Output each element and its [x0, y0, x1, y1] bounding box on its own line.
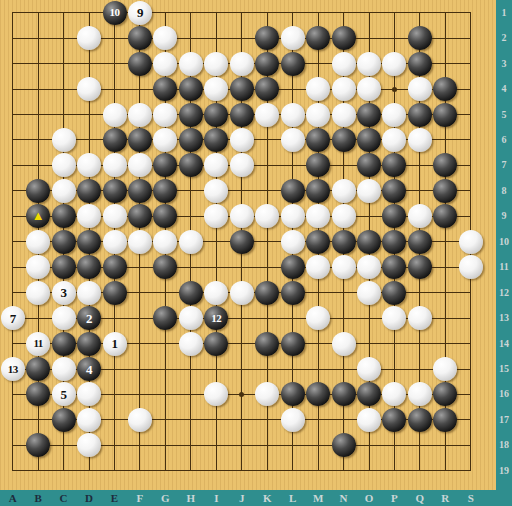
stone-R9 [433, 204, 457, 228]
stone-B12 [26, 281, 50, 305]
coord-label-right: 10 [496, 235, 512, 249]
stone-F8 [128, 179, 152, 203]
stone-P16 [382, 382, 406, 406]
stone-P13 [382, 306, 406, 330]
stone-H12 [179, 281, 203, 305]
triangle-marker: ▲ [32, 210, 45, 223]
move-number: 10 [110, 7, 120, 18]
stone-I9 [204, 204, 228, 228]
stone-D8 [77, 179, 101, 203]
stone-I4 [204, 77, 228, 101]
stone-N4 [332, 77, 356, 101]
stone-O15 [357, 357, 381, 381]
stone-L8 [281, 179, 305, 203]
stone-Q11 [408, 255, 432, 279]
coord-label-right: 12 [496, 286, 512, 300]
stone-D7 [77, 153, 101, 177]
stone-D13: 2 [77, 306, 101, 330]
coord-label-bottom: B [27, 490, 49, 506]
stone-Q4 [408, 77, 432, 101]
stone-J6 [230, 128, 254, 152]
stone-D12 [77, 281, 101, 305]
stone-D4 [77, 77, 101, 101]
stone-H4 [179, 77, 203, 101]
stone-Q10 [408, 230, 432, 254]
stone-C10 [52, 230, 76, 254]
stone-N8 [332, 179, 356, 203]
stone-K3 [255, 52, 279, 76]
stone-L3 [281, 52, 305, 76]
stone-N11 [332, 255, 356, 279]
stone-M2 [306, 26, 330, 50]
stone-L6 [281, 128, 305, 152]
stone-K12 [255, 281, 279, 305]
stone-C9 [52, 204, 76, 228]
stone-P9 [382, 204, 406, 228]
stone-I5 [204, 103, 228, 127]
stone-C12: 3 [52, 281, 76, 305]
stone-Q9 [408, 204, 432, 228]
stone-G5 [153, 103, 177, 127]
coord-label-bottom: Q [409, 490, 431, 506]
coord-label-right: 9 [496, 209, 512, 223]
stone-F2 [128, 26, 152, 50]
stone-F10 [128, 230, 152, 254]
move-number: 3 [61, 286, 67, 299]
stone-B14: 11 [26, 332, 50, 356]
stone-L14 [281, 332, 305, 356]
stone-J10 [230, 230, 254, 254]
coord-label-right: 1 [496, 6, 512, 20]
stone-Q13 [408, 306, 432, 330]
stone-G3 [153, 52, 177, 76]
stone-C6 [52, 128, 76, 152]
coord-label-bottom: D [78, 490, 100, 506]
stone-B18 [26, 433, 50, 457]
stone-C15 [52, 357, 76, 381]
move-number: 5 [61, 388, 67, 401]
stone-R8 [433, 179, 457, 203]
coord-label-bottom: S [460, 490, 482, 506]
stone-I6 [204, 128, 228, 152]
coord-label-right: 7 [496, 158, 512, 172]
stone-P5 [382, 103, 406, 127]
stone-K16 [255, 382, 279, 406]
stone-K14 [255, 332, 279, 356]
stone-O10 [357, 230, 381, 254]
stone-B16 [26, 382, 50, 406]
coord-label-bottom: K [256, 490, 278, 506]
stone-L9 [281, 204, 305, 228]
stone-O11 [357, 255, 381, 279]
stone-O3 [357, 52, 381, 76]
stone-A13: 7 [1, 306, 25, 330]
stone-E1: 10 [103, 1, 127, 25]
stone-D10 [77, 230, 101, 254]
coord-label-right: 2 [496, 31, 512, 45]
stone-N3 [332, 52, 356, 76]
coord-label-right: 18 [496, 438, 512, 452]
stone-J12 [230, 281, 254, 305]
coord-label-right: 16 [496, 387, 512, 401]
stone-J7 [230, 153, 254, 177]
star-point [392, 87, 397, 92]
stone-K5 [255, 103, 279, 127]
coord-label-right: 15 [496, 362, 512, 376]
stone-R5 [433, 103, 457, 127]
stone-F9 [128, 204, 152, 228]
stone-C7 [52, 153, 76, 177]
star-point [239, 392, 244, 397]
move-number: 2 [86, 312, 92, 325]
stone-E6 [103, 128, 127, 152]
stone-N6 [332, 128, 356, 152]
stone-O16 [357, 382, 381, 406]
coord-label-bottom: O [358, 490, 380, 506]
stone-E11 [103, 255, 127, 279]
stone-K9 [255, 204, 279, 228]
stone-F6 [128, 128, 152, 152]
stone-G11 [153, 255, 177, 279]
stone-N2 [332, 26, 356, 50]
stone-N18 [332, 433, 356, 457]
stone-R7 [433, 153, 457, 177]
stone-F7 [128, 153, 152, 177]
stone-Q16 [408, 382, 432, 406]
stone-R15 [433, 357, 457, 381]
stone-O12 [357, 281, 381, 305]
stone-R4 [433, 77, 457, 101]
stone-O7 [357, 153, 381, 177]
coord-label-right: 3 [496, 57, 512, 71]
coord-label-right: 13 [496, 311, 512, 325]
stone-M13 [306, 306, 330, 330]
stone-M7 [306, 153, 330, 177]
stone-H13 [179, 306, 203, 330]
stone-Q3 [408, 52, 432, 76]
stone-N5 [332, 103, 356, 127]
stone-I3 [204, 52, 228, 76]
stone-L16 [281, 382, 305, 406]
stone-I7 [204, 153, 228, 177]
stone-N14 [332, 332, 356, 356]
grid-line-horizontal [12, 470, 471, 471]
coord-label-bottom: J [231, 490, 253, 506]
stone-B10 [26, 230, 50, 254]
coord-label-right: 8 [496, 184, 512, 198]
stone-O17 [357, 408, 381, 432]
stone-G2 [153, 26, 177, 50]
coord-label-bottom: G [154, 490, 176, 506]
go-board[interactable]: 109372121111345▲ [0, 0, 496, 490]
stone-D18 [77, 433, 101, 457]
coord-label-bottom: F [129, 490, 151, 506]
stone-N16 [332, 382, 356, 406]
coord-label-bottom: L [282, 490, 304, 506]
stone-J5 [230, 103, 254, 127]
move-number: 1 [112, 337, 118, 350]
move-number: 9 [137, 6, 143, 19]
stone-G4 [153, 77, 177, 101]
stone-M8 [306, 179, 330, 203]
stone-M6 [306, 128, 330, 152]
stone-L12 [281, 281, 305, 305]
coord-label-bottom: A [2, 490, 24, 506]
stone-F17 [128, 408, 152, 432]
stone-C14 [52, 332, 76, 356]
stone-B8 [26, 179, 50, 203]
stone-P12 [382, 281, 406, 305]
stone-F1: 9 [128, 1, 152, 25]
stone-M10 [306, 230, 330, 254]
stone-B15 [26, 357, 50, 381]
stone-G10 [153, 230, 177, 254]
stone-I8 [204, 179, 228, 203]
stone-M4 [306, 77, 330, 101]
stone-Q6 [408, 128, 432, 152]
stone-J9 [230, 204, 254, 228]
stone-N10 [332, 230, 356, 254]
stone-N9 [332, 204, 356, 228]
stone-M16 [306, 382, 330, 406]
stone-L5 [281, 103, 305, 127]
stone-S10 [459, 230, 483, 254]
stone-O6 [357, 128, 381, 152]
stone-E7 [103, 153, 127, 177]
stone-H7 [179, 153, 203, 177]
stone-D17 [77, 408, 101, 432]
stone-G13 [153, 306, 177, 330]
stone-H5 [179, 103, 203, 127]
coord-label-right: 6 [496, 133, 512, 147]
coord-label-bottom: P [383, 490, 405, 506]
stone-H3 [179, 52, 203, 76]
stone-I16 [204, 382, 228, 406]
coord-label-right: 17 [496, 413, 512, 427]
stone-O8 [357, 179, 381, 203]
stone-I14 [204, 332, 228, 356]
stone-D11 [77, 255, 101, 279]
stone-O4 [357, 77, 381, 101]
stone-E5 [103, 103, 127, 127]
go-board-diagram: 109372121111345▲ ABCDEFGHIJKLMNOPQRS1234… [0, 0, 512, 506]
stone-D9 [77, 204, 101, 228]
stone-L11 [281, 255, 305, 279]
coord-label-right: 5 [496, 108, 512, 122]
stone-L17 [281, 408, 305, 432]
stone-J4 [230, 77, 254, 101]
stone-P17 [382, 408, 406, 432]
stone-E12 [103, 281, 127, 305]
coord-label-bottom: C [53, 490, 75, 506]
stone-I13: 12 [204, 306, 228, 330]
stone-M5 [306, 103, 330, 127]
stone-R17 [433, 408, 457, 432]
stone-D15: 4 [77, 357, 101, 381]
stone-G8 [153, 179, 177, 203]
stone-E14: 1 [103, 332, 127, 356]
stone-C17 [52, 408, 76, 432]
stone-C11 [52, 255, 76, 279]
right-coordinate-strip [496, 0, 512, 506]
stone-G9 [153, 204, 177, 228]
stone-H14 [179, 332, 203, 356]
stone-A15: 13 [1, 357, 25, 381]
stone-P3 [382, 52, 406, 76]
stone-F5 [128, 103, 152, 127]
stone-P6 [382, 128, 406, 152]
stone-P11 [382, 255, 406, 279]
move-number: 4 [86, 363, 92, 376]
move-number: 11 [33, 338, 42, 349]
coord-label-bottom: I [205, 490, 227, 506]
coord-label-bottom: N [333, 490, 355, 506]
coord-label-bottom: H [180, 490, 202, 506]
stone-S11 [459, 255, 483, 279]
coord-label-right: 11 [496, 260, 512, 274]
stone-L2 [281, 26, 305, 50]
stone-K2 [255, 26, 279, 50]
coord-label-bottom: M [307, 490, 329, 506]
coord-label-right: 19 [496, 464, 512, 478]
stone-M11 [306, 255, 330, 279]
stone-H6 [179, 128, 203, 152]
stone-B11 [26, 255, 50, 279]
coord-label-right: 14 [496, 337, 512, 351]
stone-G7 [153, 153, 177, 177]
stone-D14 [77, 332, 101, 356]
stone-Q5 [408, 103, 432, 127]
coord-label-right: 4 [496, 82, 512, 96]
stone-E8 [103, 179, 127, 203]
stone-E10 [103, 230, 127, 254]
stone-J3 [230, 52, 254, 76]
move-number: 13 [8, 364, 18, 375]
stone-Q17 [408, 408, 432, 432]
stone-C13 [52, 306, 76, 330]
stone-C8 [52, 179, 76, 203]
move-number: 12 [211, 313, 221, 324]
stone-I12 [204, 281, 228, 305]
stone-H10 [179, 230, 203, 254]
stone-C16: 5 [52, 382, 76, 406]
stone-E9 [103, 204, 127, 228]
stone-F3 [128, 52, 152, 76]
stone-Q2 [408, 26, 432, 50]
stone-P10 [382, 230, 406, 254]
stone-K4 [255, 77, 279, 101]
stone-G6 [153, 128, 177, 152]
stone-D2 [77, 26, 101, 50]
coord-label-bottom: R [434, 490, 456, 506]
move-number: 7 [10, 312, 16, 325]
stone-P7 [382, 153, 406, 177]
coord-label-bottom: E [104, 490, 126, 506]
stone-P8 [382, 179, 406, 203]
stone-L10 [281, 230, 305, 254]
stone-O5 [357, 103, 381, 127]
stone-D16 [77, 382, 101, 406]
stone-R16 [433, 382, 457, 406]
stone-M9 [306, 204, 330, 228]
